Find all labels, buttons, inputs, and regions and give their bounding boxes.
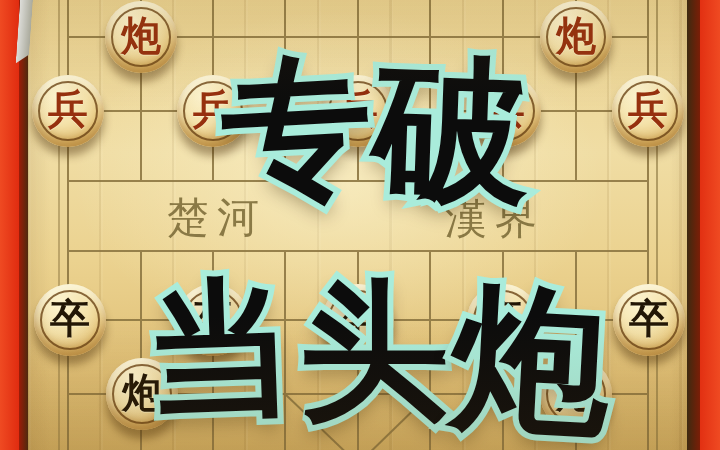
piece-glyph: 兵 — [48, 89, 88, 129]
piece-red-soldier-file7[interactable]: 兵 — [469, 75, 541, 147]
piece-black-soldier-file3[interactable]: 卒 — [177, 284, 249, 356]
piece-red-soldier-file3[interactable]: 兵 — [177, 75, 249, 147]
piece-black-soldier-file5[interactable]: 卒 — [322, 284, 394, 356]
piece-red-soldier-file9[interactable]: 兵 — [612, 75, 684, 147]
piece-glyph: 卒 — [483, 298, 523, 338]
piece-glyph: 炮 — [556, 372, 596, 412]
pieces-layer: 炮炮兵兵兵兵兵卒卒卒卒卒炮炮 — [0, 0, 720, 450]
piece-glyph: 炮 — [121, 15, 161, 55]
piece-glyph: 兵 — [193, 89, 233, 129]
piece-red-soldier-file5[interactable]: 兵 — [322, 75, 394, 147]
piece-red-cannon-file2[interactable]: 炮 — [105, 1, 177, 73]
piece-black-cannon-file2[interactable]: 炮 — [106, 358, 178, 430]
right-dark-edge — [687, 0, 700, 450]
piece-glyph: 卒 — [50, 298, 90, 338]
piece-glyph: 卒 — [338, 298, 378, 338]
piece-red-cannon-file8[interactable]: 炮 — [540, 1, 612, 73]
piece-glyph: 兵 — [338, 89, 378, 129]
piece-glyph: 卒 — [629, 298, 669, 338]
right-red-stripe — [700, 0, 720, 450]
piece-glyph: 兵 — [628, 89, 668, 129]
xiangqi-thumbnail: 楚河 漢界 炮炮兵兵兵兵兵卒卒卒卒卒炮炮 专专破破 当当头头炮炮 — [0, 0, 720, 450]
piece-black-cannon-file8[interactable]: 炮 — [540, 358, 612, 430]
piece-glyph: 炮 — [556, 15, 596, 55]
piece-glyph: 卒 — [193, 298, 233, 338]
piece-red-soldier-file1[interactable]: 兵 — [32, 75, 104, 147]
piece-black-soldier-file1[interactable]: 卒 — [34, 284, 106, 356]
piece-glyph: 兵 — [485, 89, 525, 129]
left-dark-edge — [19, 0, 28, 450]
piece-black-soldier-file7[interactable]: 卒 — [467, 284, 539, 356]
left-red-stripe — [0, 0, 19, 450]
piece-glyph: 炮 — [122, 372, 162, 412]
piece-black-soldier-file9[interactable]: 卒 — [613, 284, 685, 356]
